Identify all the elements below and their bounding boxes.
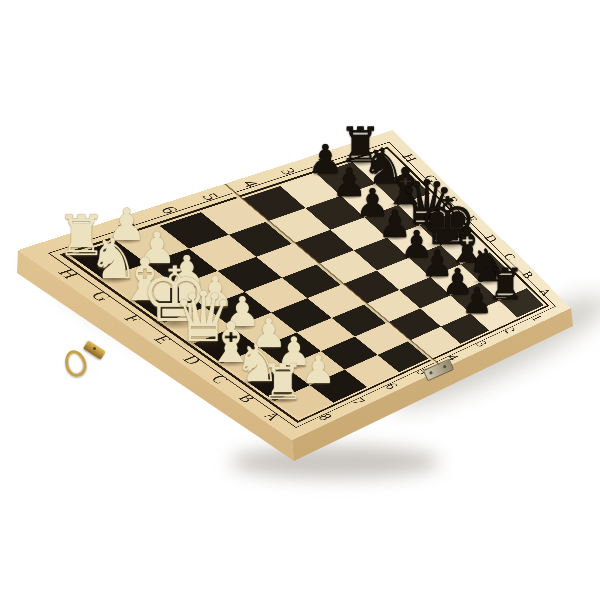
- label-ne-E: E: [463, 214, 481, 224]
- label-nw-6: 6: [157, 205, 181, 216]
- label-sw-E: E: [151, 333, 176, 345]
- cast-shadow: [230, 446, 440, 478]
- latch-screw: [93, 347, 96, 350]
- label-sw-C: C: [208, 373, 232, 385]
- label-ne-G: G: [421, 173, 441, 184]
- label-se-2: 2: [502, 326, 517, 335]
- label-nw-5: 5: [199, 191, 222, 201]
- label-se-6: 6: [383, 381, 401, 391]
- label-ne-F: F: [443, 195, 461, 205]
- label-sw-D: D: [180, 353, 206, 366]
- latch-plate: [83, 340, 106, 360]
- label-sw-G: G: [87, 289, 116, 303]
- label-nw-7: 7: [113, 219, 138, 230]
- latch-hook: [62, 348, 90, 380]
- label-se-3: 3: [474, 339, 490, 348]
- label-sw-H: H: [54, 266, 84, 280]
- chess-set-photo: 88HH77GG66FF55EE44DD33CC22BB11AA ♜♟♞♟♝♟♛…: [0, 0, 600, 600]
- label-ne-B: B: [520, 270, 536, 280]
- brass-latch: [62, 338, 112, 380]
- label-nw-2: 2: [315, 155, 335, 165]
- label-nw-4: 4: [240, 179, 262, 189]
- label-sw-A: A: [261, 410, 284, 422]
- label-sw-B: B: [235, 392, 258, 404]
- label-se-7: 7: [350, 396, 369, 406]
- label-se-1: 1: [530, 313, 545, 322]
- label-nw-3: 3: [278, 166, 299, 176]
- label-ne-C: C: [501, 252, 518, 262]
- label-ne-D: D: [482, 233, 500, 244]
- chess-board: 88HH77GG66FF55EE44DD33CC22BB11AA: [18, 130, 571, 440]
- label-ne-H: H: [399, 152, 419, 163]
- label-se-8: 8: [316, 412, 335, 422]
- label-ne-A: A: [537, 287, 553, 297]
- label-nw-1: 1: [351, 143, 370, 152]
- label-sw-F: F: [121, 312, 146, 324]
- label-nw-8: 8: [67, 233, 94, 244]
